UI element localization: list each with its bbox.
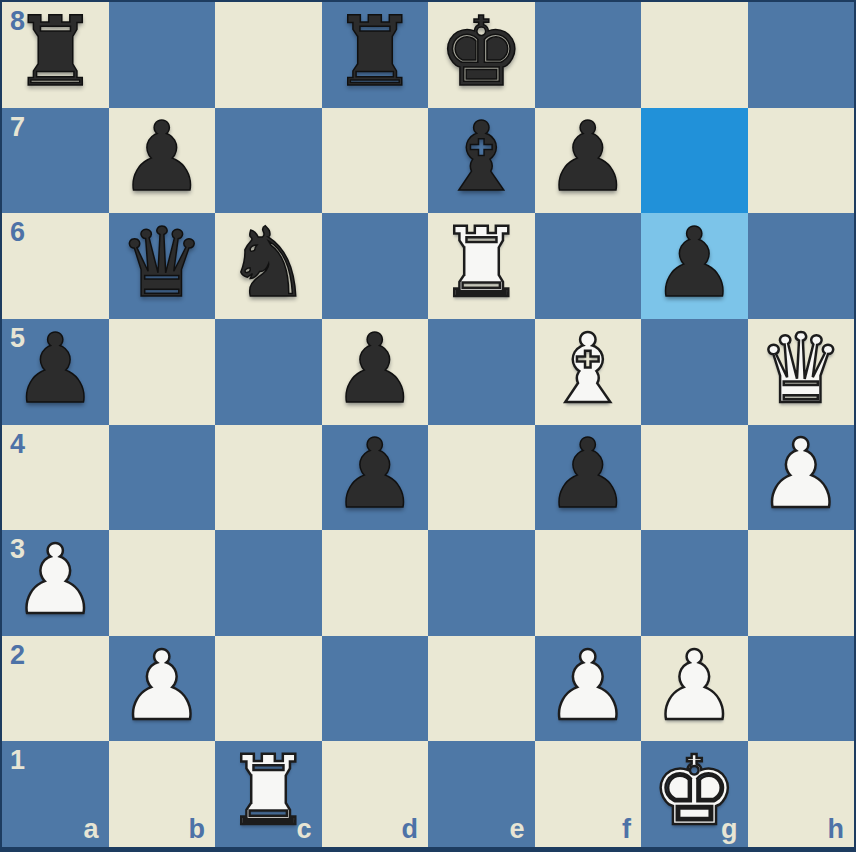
square-h4[interactable]: ♟	[748, 425, 855, 531]
square-f3[interactable]	[535, 530, 642, 636]
file-label-f: f	[622, 816, 631, 843]
square-g6[interactable]: ♟	[641, 213, 748, 319]
piece-white-queen[interactable]: ♛	[758, 321, 844, 417]
square-e7[interactable]: ♝	[428, 108, 535, 214]
piece-black-pawn[interactable]: ♟	[332, 321, 418, 417]
square-h7[interactable]	[748, 108, 855, 214]
square-f1[interactable]: f	[535, 741, 642, 847]
piece-white-king[interactable]: ♚	[651, 743, 737, 839]
square-e8[interactable]: ♚	[428, 2, 535, 108]
square-c7[interactable]	[215, 108, 322, 214]
rank-label-6: 6	[10, 219, 25, 246]
square-f7[interactable]: ♟	[535, 108, 642, 214]
piece-black-king[interactable]: ♚	[438, 4, 524, 100]
square-e1[interactable]: e	[428, 741, 535, 847]
square-f2[interactable]: ♟	[535, 636, 642, 742]
square-b7[interactable]: ♟	[109, 108, 216, 214]
square-c5[interactable]	[215, 319, 322, 425]
square-d1[interactable]: d	[322, 741, 429, 847]
square-d8[interactable]: ♜	[322, 2, 429, 108]
piece-white-pawn[interactable]: ♟	[758, 426, 844, 522]
square-a5[interactable]: 5♟	[2, 319, 109, 425]
chess-app-window: 8♜♜♚7♟♝♟6♛♞♜♟5♟♟♝♛4♟♟♟3♟2♟♟♟1abc♜defg♚h	[0, 0, 856, 852]
piece-white-bishop[interactable]: ♝	[545, 321, 631, 417]
square-a8[interactable]: 8♜	[2, 2, 109, 108]
piece-black-queen[interactable]: ♛	[119, 215, 205, 311]
square-g1[interactable]: g♚	[641, 741, 748, 847]
square-c8[interactable]	[215, 2, 322, 108]
square-a7[interactable]: 7	[2, 108, 109, 214]
square-d3[interactable]	[322, 530, 429, 636]
square-e2[interactable]	[428, 636, 535, 742]
piece-white-rook[interactable]: ♜	[438, 215, 524, 311]
piece-black-pawn[interactable]: ♟	[545, 426, 631, 522]
square-h1[interactable]: h	[748, 741, 855, 847]
square-e4[interactable]	[428, 425, 535, 531]
piece-white-pawn[interactable]: ♟	[651, 638, 737, 734]
square-d2[interactable]	[322, 636, 429, 742]
square-b3[interactable]	[109, 530, 216, 636]
square-g3[interactable]	[641, 530, 748, 636]
square-b1[interactable]: b	[109, 741, 216, 847]
rank-label-2: 2	[10, 642, 25, 669]
square-h5[interactable]: ♛	[748, 319, 855, 425]
square-b6[interactable]: ♛	[109, 213, 216, 319]
piece-black-pawn[interactable]: ♟	[651, 215, 737, 311]
square-b8[interactable]	[109, 2, 216, 108]
square-e5[interactable]	[428, 319, 535, 425]
file-label-b: b	[189, 816, 206, 843]
square-b5[interactable]	[109, 319, 216, 425]
square-b4[interactable]	[109, 425, 216, 531]
piece-white-pawn[interactable]: ♟	[12, 532, 98, 628]
square-g5[interactable]	[641, 319, 748, 425]
square-d6[interactable]	[322, 213, 429, 319]
piece-black-knight[interactable]: ♞	[225, 215, 311, 311]
square-c3[interactable]	[215, 530, 322, 636]
file-label-a: a	[83, 816, 98, 843]
square-h8[interactable]	[748, 2, 855, 108]
square-g2[interactable]: ♟	[641, 636, 748, 742]
square-a3[interactable]: 3♟	[2, 530, 109, 636]
square-g8[interactable]	[641, 2, 748, 108]
piece-black-rook[interactable]: ♜	[332, 4, 418, 100]
square-c4[interactable]	[215, 425, 322, 531]
square-c6[interactable]: ♞	[215, 213, 322, 319]
file-label-e: e	[509, 816, 524, 843]
square-e6[interactable]: ♜	[428, 213, 535, 319]
square-d5[interactable]: ♟	[322, 319, 429, 425]
square-f5[interactable]: ♝	[535, 319, 642, 425]
square-e3[interactable]	[428, 530, 535, 636]
square-d4[interactable]: ♟	[322, 425, 429, 531]
square-h3[interactable]	[748, 530, 855, 636]
square-a6[interactable]: 6	[2, 213, 109, 319]
piece-black-bishop[interactable]: ♝	[438, 109, 524, 205]
square-f4[interactable]: ♟	[535, 425, 642, 531]
square-g7[interactable]	[641, 108, 748, 214]
square-b2[interactable]: ♟	[109, 636, 216, 742]
piece-black-pawn[interactable]: ♟	[12, 321, 98, 417]
piece-white-pawn[interactable]: ♟	[119, 638, 205, 734]
piece-black-pawn[interactable]: ♟	[545, 109, 631, 205]
piece-white-rook[interactable]: ♜	[225, 743, 311, 839]
piece-white-pawn[interactable]: ♟	[545, 638, 631, 734]
square-a4[interactable]: 4	[2, 425, 109, 531]
rank-label-4: 4	[10, 431, 25, 458]
file-label-d: d	[402, 816, 419, 843]
piece-black-pawn[interactable]: ♟	[332, 426, 418, 522]
rank-label-7: 7	[10, 114, 25, 141]
square-f8[interactable]	[535, 2, 642, 108]
square-c1[interactable]: c♜	[215, 741, 322, 847]
square-d7[interactable]	[322, 108, 429, 214]
rank-label-1: 1	[10, 747, 25, 774]
file-label-h: h	[828, 816, 845, 843]
square-g4[interactable]	[641, 425, 748, 531]
square-f6[interactable]	[535, 213, 642, 319]
square-h2[interactable]	[748, 636, 855, 742]
square-h6[interactable]	[748, 213, 855, 319]
piece-black-rook[interactable]: ♜	[12, 4, 98, 100]
square-c2[interactable]	[215, 636, 322, 742]
chess-board: 8♜♜♚7♟♝♟6♛♞♜♟5♟♟♝♛4♟♟♟3♟2♟♟♟1abc♜defg♚h	[2, 2, 854, 847]
square-a1[interactable]: 1a	[2, 741, 109, 847]
square-a2[interactable]: 2	[2, 636, 109, 742]
piece-black-pawn[interactable]: ♟	[119, 109, 205, 205]
